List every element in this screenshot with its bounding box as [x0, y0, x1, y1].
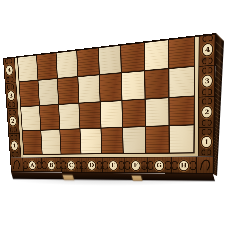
rank-label-cell: 2 — [7, 108, 20, 133]
rank-label-cell: 4 — [199, 33, 216, 66]
curl-icon — [208, 67, 213, 74]
rank-labels-right: 4321 — [199, 33, 216, 156]
curl-icon — [202, 98, 207, 104]
curl-icon — [148, 161, 154, 165]
square-e3 — [100, 73, 122, 101]
square-g2 — [146, 98, 169, 126]
coordinate-medallion: 1 — [201, 136, 212, 148]
curl-icon — [103, 161, 108, 165]
square-e4 — [99, 45, 121, 74]
square-e2 — [100, 101, 122, 128]
square-d3 — [78, 75, 99, 102]
square-d2 — [79, 102, 100, 128]
square-f4 — [121, 43, 144, 73]
coordinate-medallion: G — [154, 160, 164, 171]
scrollwork-icon — [202, 57, 212, 64]
rank-label-cell: 3 — [199, 64, 215, 96]
curl-icon — [207, 89, 212, 95]
scrollwork-icon — [6, 76, 13, 82]
chess-board-top-face: 4321 4321 ABCDEFGH — [3, 33, 216, 174]
curl-icon — [202, 67, 207, 74]
file-label-cell: B — [41, 158, 61, 173]
curl-icon — [61, 166, 66, 170]
rank-border-right: 4321 — [198, 33, 216, 156]
file-border-bottom: ABCDEFGH — [10, 156, 214, 174]
chess-squares-grid — [17, 35, 195, 155]
square-a3 — [20, 81, 39, 106]
curl-icon — [202, 35, 207, 42]
scrollwork-icon — [7, 84, 14, 90]
coordinate-medallion: 2 — [201, 106, 212, 119]
scrollwork-icon — [8, 102, 15, 107]
curl-icon — [9, 58, 13, 64]
curl-icon — [202, 120, 207, 126]
square-g3 — [145, 69, 168, 98]
scrollwork-icon — [202, 129, 212, 135]
curl-icon — [208, 35, 213, 42]
scrollwork-icon — [5, 58, 12, 64]
square-f1 — [123, 127, 145, 153]
curl-icon — [172, 166, 178, 170]
coordinate-medallion: 3 — [7, 90, 15, 101]
scrollwork-icon — [125, 161, 130, 169]
coordinate-medallion: C — [67, 160, 76, 170]
coordinate-medallion: 4 — [202, 43, 213, 57]
file-label-cell: H — [171, 157, 196, 174]
file-label-cell: D — [81, 158, 103, 173]
square-e1 — [101, 128, 122, 153]
curl-icon — [61, 161, 66, 165]
curl-icon — [82, 166, 87, 170]
hinge-icon — [62, 174, 74, 180]
scroll-ornament-icon — [200, 159, 212, 173]
square-b1 — [41, 130, 60, 154]
scrollwork-icon — [148, 161, 154, 170]
scrollwork-icon — [10, 135, 17, 140]
coordinate-medallion: A — [28, 161, 36, 170]
curl-icon — [207, 98, 212, 104]
curl-icon — [15, 152, 18, 157]
square-d1 — [80, 129, 101, 154]
coordinate-medallion: F — [131, 160, 141, 170]
curl-icon — [125, 161, 130, 165]
curl-icon — [207, 149, 212, 155]
rank-label-cell: 3 — [5, 82, 18, 108]
coordinate-medallion: 3 — [202, 74, 213, 87]
square-a2 — [21, 106, 40, 130]
curl-icon — [201, 149, 206, 155]
curl-icon — [202, 129, 207, 135]
square-f3 — [122, 71, 145, 99]
curl-icon — [11, 84, 15, 89]
scrollwork-icon — [202, 67, 212, 74]
corner-ornament-right — [196, 157, 214, 174]
corner-ornament-left — [10, 158, 23, 172]
square-b4 — [37, 53, 57, 80]
curl-icon — [202, 89, 207, 95]
square-c3 — [58, 77, 78, 103]
scrollwork-icon — [103, 161, 108, 169]
curl-icon — [10, 76, 14, 81]
coordinate-medallion: 2 — [9, 116, 17, 126]
rank-label-cell: 4 — [3, 57, 16, 83]
scrollwork-icon — [202, 89, 212, 96]
curl-icon — [148, 166, 154, 170]
curl-icon — [23, 165, 28, 169]
curl-icon — [14, 127, 17, 132]
file-label-cell: G — [147, 157, 171, 173]
coordinate-medallion: B — [47, 160, 55, 170]
curl-icon — [202, 58, 207, 65]
curl-icon — [208, 57, 213, 64]
scrollwork-icon — [9, 110, 16, 115]
hinge-icon — [131, 175, 143, 181]
square-b3 — [38, 79, 58, 105]
scrollwork-icon — [12, 152, 19, 157]
square-h2 — [170, 97, 194, 125]
rank-label-cell: 1 — [8, 133, 20, 158]
square-c1 — [60, 129, 80, 153]
curl-icon — [12, 102, 15, 107]
curl-icon — [12, 110, 15, 115]
scrollwork-icon — [23, 161, 28, 169]
file-label-cell: A — [22, 158, 41, 172]
curl-icon — [23, 161, 28, 165]
square-h4 — [169, 37, 194, 68]
square-c2 — [59, 104, 79, 129]
scrollwork-icon — [61, 161, 66, 169]
square-h1 — [170, 125, 194, 152]
file-label-cell: C — [60, 158, 81, 173]
curl-icon — [207, 129, 212, 135]
scrollwork-icon — [42, 161, 47, 169]
rank-label-cell: 1 — [199, 126, 215, 156]
square-h3 — [170, 67, 194, 97]
curl-icon — [42, 166, 47, 170]
coordinate-medallion: E — [109, 160, 118, 170]
scrollwork-icon — [202, 119, 212, 125]
coordinate-medallion: 4 — [5, 64, 13, 75]
square-a4 — [18, 55, 37, 81]
square-g4 — [145, 40, 169, 70]
curl-icon — [125, 166, 130, 170]
file-label-cell: F — [124, 157, 147, 173]
coordinate-medallion: D — [87, 160, 96, 170]
file-label-cell: E — [102, 158, 124, 173]
curl-icon — [42, 161, 47, 165]
scrollwork-icon — [202, 98, 212, 105]
square-d4 — [77, 48, 98, 76]
file-labels-row: ABCDEFGH — [22, 157, 196, 174]
square-a1 — [23, 131, 42, 154]
square-f2 — [123, 100, 145, 127]
scrollwork-icon — [202, 35, 212, 43]
curl-icon — [207, 119, 212, 125]
scrollwork-icon — [81, 161, 86, 169]
square-g1 — [146, 126, 169, 153]
square-b2 — [40, 105, 60, 130]
curl-icon — [14, 135, 17, 140]
coordinate-medallion: H — [179, 160, 189, 171]
coordinate-medallion: 1 — [10, 141, 18, 151]
rank-label-cell: 2 — [199, 96, 215, 127]
curl-icon — [81, 161, 86, 165]
square-c4 — [57, 51, 78, 78]
product-photo-scene: 4321 4321 ABCDEFGH — [0, 0, 228, 228]
scrollwork-icon — [172, 161, 178, 170]
scrollwork-icon — [10, 127, 17, 132]
scrollwork-icon — [201, 149, 211, 155]
scroll-ornament-icon — [13, 160, 20, 171]
curl-icon — [103, 166, 108, 170]
curl-icon — [172, 161, 178, 165]
